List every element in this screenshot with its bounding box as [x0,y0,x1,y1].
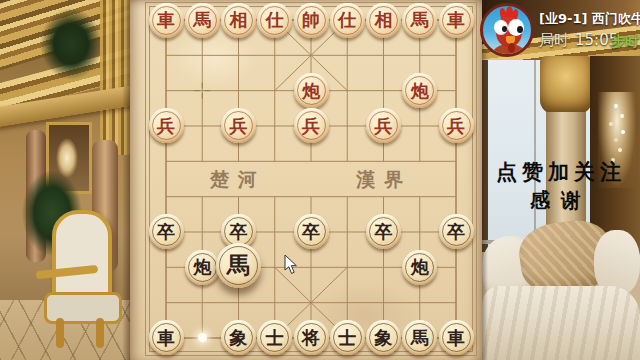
piece-black-pawn-1[interactable]: 卒 [149,214,184,249]
promo-overlay: 点赞加关注 感谢 [482,158,640,214]
piece-glyph: 炮 [411,82,429,100]
game-time: 局时15:05 [539,31,618,50]
piece-glyph: 炮 [193,258,211,276]
sconce-crystals [614,104,618,108]
piece-black-cannon-left[interactable]: 炮 [185,250,220,285]
rooster-avatar [480,3,534,57]
piece-glyph: 車 [157,329,175,347]
corinthian-capital [540,56,592,114]
piece-glyph: 仕 [338,11,356,29]
piece-glyph: 卒 [157,223,175,241]
app-screen: 楚河 漢界 車馬相仕帥仕相馬車炮炮兵兵兵兵兵卒卒卒卒卒炮馬炮車象士将士象馬車 点… [0,0,640,360]
gilded-chair-leg [56,318,64,348]
piece-red-advisor-right[interactable]: 仕 [330,3,365,38]
piece-black-horse-moved[interactable]: 馬 [216,243,261,288]
piece-red-soldier-5[interactable]: 兵 [294,108,329,143]
piece-glyph: 炮 [411,258,429,276]
piece-glyph: 卒 [230,223,248,241]
player-hud: [业9-1] 西门吹牛 局时15:05 步时 [479,2,640,60]
piece-glyph: 兵 [302,117,320,135]
rooster-pupil-right [517,26,523,33]
piece-red-elephant-left[interactable]: 相 [221,3,256,38]
piece-glyph: 士 [338,329,356,347]
game-time-label: 局时 [539,31,569,49]
piece-glyph: 卒 [302,223,320,241]
mouse-cursor [284,254,300,276]
piece-red-horse-left[interactable]: 馬 [185,3,220,38]
piece-glyph: 卒 [375,223,393,241]
piece-glyph: 兵 [375,117,393,135]
piece-black-pawn-9[interactable]: 卒 [439,214,474,249]
plant-top [40,8,102,80]
piece-glyph: 馬 [193,11,211,29]
piece-black-general[interactable]: 将 [294,320,329,355]
river-label-left: 楚河 [210,167,266,193]
piece-glyph: 象 [375,329,393,347]
piece-black-chariot-right[interactable]: 車 [439,320,474,355]
piece-red-advisor-left[interactable]: 仕 [257,3,292,38]
piece-glyph: 将 [302,329,320,347]
piece-red-chariot-right[interactable]: 車 [439,3,474,38]
piece-black-cannon-right[interactable]: 炮 [402,250,437,285]
rooster-wattle [508,43,515,53]
piece-red-horse-right[interactable]: 馬 [402,3,437,38]
piece-red-chariot-left[interactable]: 車 [149,3,184,38]
piece-glyph: 兵 [230,117,248,135]
background-photo-left [0,0,130,360]
piece-glyph: 士 [266,329,284,347]
board-edge-shadow-left [122,0,130,360]
piece-black-advisor-right[interactable]: 士 [330,320,365,355]
piece-glyph: 卒 [447,223,465,241]
piece-glyph: 車 [447,11,465,29]
piece-glyph: 炮 [302,82,320,100]
piece-glyph: 兵 [447,117,465,135]
board-grid [130,0,482,360]
move-time-label: 步时 [611,33,639,51]
piece-glyph: 仕 [266,11,284,29]
piece-glyph: 車 [447,329,465,347]
piece-glyph: 帥 [302,11,320,29]
piece-red-general[interactable]: 帥 [294,3,329,38]
player-name: [业9-1] 西门吹牛 [539,10,640,28]
piece-glyph: 相 [375,11,393,29]
piece-glyph: 馬 [411,11,429,29]
promo-line2: 感谢 [482,187,640,214]
promo-line1: 点赞加关注 [482,158,640,186]
xiangqi-board[interactable]: 楚河 漢界 車馬相仕帥仕相馬車炮炮兵兵兵兵兵卒卒卒卒卒炮馬炮車象士将士象馬車 [130,0,482,360]
piece-black-pawn-5[interactable]: 卒 [294,214,329,249]
piece-red-soldier-1[interactable]: 兵 [149,108,184,143]
piece-glyph: 象 [230,329,248,347]
piece-glyph: 兵 [157,117,175,135]
piece-glyph: 相 [230,11,248,29]
piece-glyph: 車 [157,11,175,29]
piece-glyph: 馬 [227,254,250,277]
white-couch [482,224,640,360]
gilded-chair-leg [96,318,104,348]
river-label-right: 漢界 [356,167,412,193]
couch-body [482,286,640,360]
rooster-pupil-left [502,26,507,32]
piece-red-cannon-center[interactable]: 炮 [294,73,329,108]
piece-glyph: 馬 [411,329,429,347]
piece-black-chariot-left[interactable]: 車 [149,320,184,355]
piece-red-soldier-9[interactable]: 兵 [439,108,474,143]
piece-red-elephant-right[interactable]: 相 [366,3,401,38]
